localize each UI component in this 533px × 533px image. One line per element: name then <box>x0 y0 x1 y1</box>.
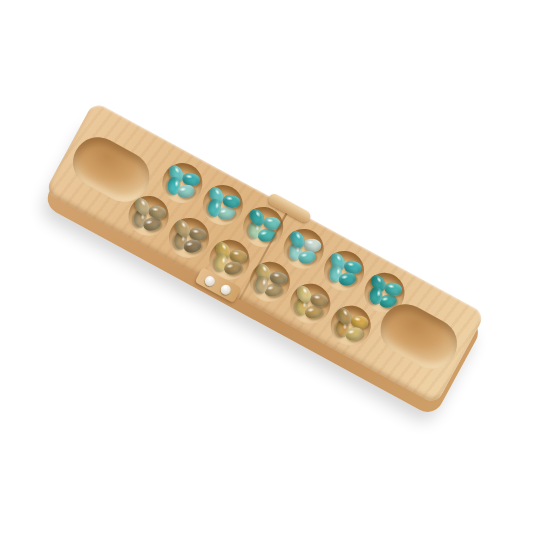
mancala-board <box>44 101 486 405</box>
magnet-snap-icon <box>203 274 217 288</box>
board-top-surface <box>44 101 486 405</box>
photo-background <box>0 0 533 533</box>
magnet-snap-icon <box>219 282 233 296</box>
